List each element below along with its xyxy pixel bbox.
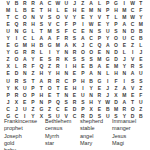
grid-cell-r1c7: W [54,0,62,7]
grid-cell-r12c5: A [37,78,45,85]
grid-cell-r10c17: S [137,63,145,70]
grid-cell-r10c3: R [21,63,29,70]
grid-cell-r10c13: E [104,63,112,70]
grid-cell-r8c1: Y [4,49,12,56]
grid-cell-r8c10: O [79,49,87,56]
grid-cell-r14c5: H [37,92,45,99]
grid-cell-r4c14: P [112,21,120,28]
grid-cell-r10c14: M [112,63,120,70]
grid-cell-r3c2: C [12,14,20,21]
grid-cell-r13c2: K [12,85,20,92]
grid-cell-r13c16: V [128,85,136,92]
grid-cell-r4c4: H [29,21,37,28]
grid-cell-r4c7: C [54,21,62,28]
grid-cell-r14c14: X [112,92,120,99]
grid-cell-r9c16: V [128,56,136,63]
grid-cell-r7c1: E [4,42,12,49]
grid-cell-r2c17: F [137,7,145,14]
grid-cell-r16c1: C [4,106,12,113]
grid-cell-r7c13: A [104,42,112,49]
grid-cell-r6c16: C [128,35,136,42]
grid-cell-r4c12: E [95,21,103,28]
grid-cell-r13c11: Y [87,85,95,92]
grid-cell-r6c11: C [87,35,95,42]
grid-cell-r12c9: P [70,78,78,85]
grid-cell-r8c11: O [87,49,95,56]
grid-cell-r15c11: H [87,99,95,106]
grid-cell-r4c16: C [128,21,136,28]
grid-cell-r6c5: A [37,35,45,42]
grid-cell-r3c17: Y [137,14,145,21]
grid-cell-r6c1: Y [4,35,12,42]
grid-cell-r5c12: S [95,28,103,35]
grid-cell-r9c8: K [62,56,70,63]
grid-cell-r11c1: E [4,70,12,77]
grid-cell-r14c12: R [95,92,103,99]
grid-cell-r5c2: N [12,28,20,35]
grid-cell-r5c7: S [54,28,62,35]
grid-cell-r5c17: B [137,28,145,35]
grid-cell-r1c17: T [137,0,145,7]
grid-cell-r12c13: I [104,78,112,85]
grid-cell-r9c11: S [87,56,95,63]
grid-cell-r13c12: E [95,85,103,92]
grid-cell-r4c17: M [137,21,145,28]
grid-cell-r13c17: Z [137,85,145,92]
grid-cell-r7c6: G [45,42,53,49]
grid-cell-r3c14: L [112,14,120,21]
grid-cell-r14c6: E [45,92,53,99]
grid-cell-r12c15: I [120,78,128,85]
grid-cell-r9c15: J [120,56,128,63]
word-search-grid: VBRRACWUJZALPGIWTMLBETHLEHEMNPHMCFTCONVS… [4,0,145,120]
grid-cell-r10c6: Z [45,63,53,70]
grid-cell-r2c13: P [104,7,112,14]
grid-cell-r7c8: A [62,42,70,49]
grid-cell-r7c7: M [54,42,62,49]
grid-cell-r14c1: P [4,92,12,99]
grid-cell-r15c9: R [70,99,78,106]
grid-cell-r11c15: N [120,70,128,77]
grid-cell-r11c14: H [112,70,120,77]
grid-cell-r13c10: I [79,85,87,92]
grid-cell-r5c8: F [62,28,70,35]
grid-cell-r7c11: C [87,42,95,49]
grid-cell-r7c5: B [37,42,45,49]
grid-cell-r6c7: F [54,35,62,42]
grid-cell-r12c7: R [54,78,62,85]
grid-cell-r7c16: Z [128,42,136,49]
grid-cell-r16c11: X [87,106,95,113]
grid-cell-r4c5: S [37,21,45,28]
grid-cell-r6c2: I [12,35,20,42]
grid-cell-r16c9: D [70,106,78,113]
grid-cell-r4c15: A [120,21,128,28]
grid-cell-r14c16: E [128,92,136,99]
grid-cell-r12c10: H [79,78,87,85]
grid-cell-r8c17: J [137,49,145,56]
grid-cell-r1c9: J [70,0,78,7]
grid-cell-r10c12: A [95,63,103,70]
grid-cell-r5c14: S [112,28,120,35]
grid-cell-r2c5: T [37,7,45,14]
grid-cell-r15c5: N [37,99,45,106]
grid-cell-r9c1: Z [4,56,12,63]
grid-cell-r14c13: J [104,92,112,99]
grid-cell-r3c4: N [29,14,37,21]
grid-cell-r16c12: E [95,106,103,113]
grid-cell-r3c10: E [79,14,87,21]
grid-cell-r10c2: L [12,63,20,70]
grid-cell-r5c1: U [4,28,12,35]
grid-cell-r9c2: O [12,56,20,63]
word-list: FrankincenseprophetJosephgoldbabyBethleh… [4,118,150,150]
grid-cell-r14c8: N [62,92,70,99]
grid-cell-r13c5: T [37,85,45,92]
word-item-baby: baby [4,147,45,150]
grid-cell-r12c4: T [29,78,37,85]
grid-cell-r9c7: R [54,56,62,63]
grid-cell-r12c16: S [128,78,136,85]
grid-cell-r14c2: R [12,92,20,99]
grid-cell-r5c4: L [29,28,37,35]
grid-cell-r4c3: R [21,21,29,28]
grid-cell-r12c1: U [4,78,12,85]
grid-cell-r8c12: E [95,49,103,56]
grid-cell-r16c17: Z [137,106,145,113]
grid-cell-r1c10: Z [79,0,87,7]
grid-cell-r6c4: L [29,35,37,42]
grid-cell-r11c2: D [12,70,20,77]
grid-cell-r6c9: S [70,35,78,42]
grid-cell-r9c6: S [45,56,53,63]
grid-cell-r14c15: M [120,92,128,99]
grid-cell-r13c13: J [104,85,112,92]
grid-cell-r7c12: Q [95,42,103,49]
grid-cell-r8c3: R [21,49,29,56]
word-item-census: census [45,125,80,132]
word-list-column-1: FrankincenseprophetJosephgoldbaby [4,118,45,150]
word-item-immanuel: Immanuel [112,118,150,125]
grid-cell-r3c12: V [95,14,103,21]
grid-cell-r13c7: T [54,85,62,92]
grid-cell-r15c8: S [62,99,70,106]
grid-cell-r2c10: E [79,7,87,14]
grid-cell-r16c6: Z [45,106,53,113]
grid-cell-r12c12: G [95,78,103,85]
grid-cell-r16c16: O [128,106,136,113]
grid-cell-r10c5: Q [37,63,45,70]
grid-cell-r11c17: U [137,70,145,77]
grid-cell-r11c8: N [62,70,70,77]
grid-cell-r11c4: Z [29,70,37,77]
grid-cell-r11c16: A [128,70,136,77]
grid-cell-r5c3: G [21,28,29,35]
grid-cell-r3c3: O [21,14,29,21]
grid-cell-r14c7: T [54,92,62,99]
grid-cell-r9c17: E [137,56,145,63]
grid-cell-r1c11: A [87,0,95,7]
grid-cell-r11c6: Y [45,70,53,77]
grid-cell-r15c10: S [79,99,87,106]
grid-cell-r9c12: M [95,56,103,63]
grid-cell-r5c6: M [45,28,53,35]
grid-cell-r7c2: G [12,42,20,49]
grid-cell-r3c13: T [104,14,112,21]
grid-cell-r2c12: N [95,7,103,14]
grid-cell-r15c16: T [128,99,136,106]
grid-cell-r11c11: A [87,70,95,77]
grid-cell-r1c16: W [128,0,136,7]
grid-cell-r6c10: A [79,35,87,42]
grid-cell-r4c10: I [79,21,87,28]
word-item-myrrh: Myrrh [45,133,80,140]
word-list-column-4: ImmanuelmangerJesusMagi [112,118,150,150]
grid-cell-r9c4: Y [29,56,37,63]
grid-cell-r10c10: E [79,63,87,70]
grid-cell-r4c6: V [45,21,53,28]
grid-cell-r2c11: M [87,7,95,14]
grid-cell-r1c6: C [45,0,53,7]
grid-cell-r6c17: B [137,35,145,42]
grid-cell-r15c13: W [104,99,112,106]
grid-cell-r8c13: N [104,49,112,56]
grid-cell-r6c12: P [95,35,103,42]
grid-cell-r5c15: N [120,28,128,35]
grid-cell-r14c4: P [29,92,37,99]
grid-cell-r16c3: U [21,106,29,113]
grid-cell-r8c8: N [62,49,70,56]
grid-cell-r5c10: E [79,28,87,35]
grid-cell-r11c12: N [95,70,103,77]
grid-cell-r10c1: X [4,63,12,70]
grid-cell-r13c4: P [29,85,37,92]
grid-cell-r16c4: Z [29,106,37,113]
grid-cell-r16c8: E [62,106,70,113]
grid-cell-r3c7: O [54,14,62,21]
grid-cell-r11c10: P [79,70,87,77]
grid-cell-r5c11: N [87,28,95,35]
grid-cell-r16c7: C [54,106,62,113]
grid-cell-r6c8: R [62,35,70,42]
grid-cell-r2c9: H [70,7,78,14]
grid-cell-r1c5: A [37,0,45,7]
word-item-bethlehem: Bethlehem [45,118,80,125]
word-item-jesus: Jesus [112,133,150,140]
grid-cell-r2c6: H [45,7,53,14]
grid-cell-r7c17: L [137,42,145,49]
grid-cell-r4c1: E [4,21,12,28]
grid-cell-r13c8: E [62,85,70,92]
grid-cell-r11c9: E [70,70,78,77]
grid-cell-r13c1: Y [4,85,12,92]
grid-cell-r15c14: D [112,99,120,106]
grid-cell-r9c5: E [37,56,45,63]
grid-cell-r8c16: I [128,49,136,56]
grid-cell-r4c13: Y [104,21,112,28]
grid-cell-r8c2: G [12,49,20,56]
grid-cell-r3c5: V [37,14,45,21]
grid-cell-r14c17: F [137,92,145,99]
grid-cell-r13c9: H [70,85,78,92]
grid-cell-r7c3: M [21,42,29,49]
grid-cell-r7c15: E [120,42,128,49]
grid-cell-r15c15: A [120,99,128,106]
grid-cell-r13c14: Z [112,85,120,92]
grid-cell-r6c14: O [112,35,120,42]
grid-cell-r3c6: S [45,14,53,21]
grid-cell-r6c15: U [120,35,128,42]
grid-cell-r9c13: G [104,56,112,63]
grid-cell-r15c2: X [12,99,20,106]
grid-cell-r16c5: G [37,106,45,113]
grid-cell-r8c14: D [112,49,120,56]
grid-cell-r12c8: C [62,78,70,85]
grid-cell-r15c6: P [45,99,53,106]
grid-cell-r13c15: A [120,85,128,92]
grid-cell-r10c15: Y [120,63,128,70]
grid-cell-r12c17: S [137,78,145,85]
grid-cell-r9c10: S [79,56,87,63]
word-item-shepherd: shepherd [80,118,112,125]
grid-cell-r13c3: U [21,85,29,92]
grid-cell-r8c15: L [120,49,128,56]
grid-cell-r10c11: B [87,63,95,70]
grid-cell-r15c7: Q [54,99,62,106]
grid-cell-r15c12: Y [95,99,103,106]
grid-cell-r9c14: D [112,56,120,63]
word-item-joseph: Joseph [4,133,45,140]
grid-cell-r1c4: R [29,0,37,7]
grid-cell-r4c9: P [70,21,78,28]
word-item-magi: Magi [112,140,150,147]
grid-cell-r6c6: A [45,35,53,42]
grid-cell-r16c10: P [79,106,87,113]
grid-cell-r16c13: B [104,106,112,113]
grid-cell-r1c8: U [62,0,70,7]
grid-cell-r2c15: M [120,7,128,14]
grid-cell-r4c11: W [87,21,95,28]
grid-cell-r12c14: F [112,78,120,85]
grid-cell-r10c7: R [54,63,62,70]
grid-cell-r2c16: C [128,7,136,14]
grid-cell-r6c3: C [21,35,29,42]
grid-cell-r7c9: K [70,42,78,49]
word-item-manger: manger [112,125,150,132]
grid-cell-r3c16: W [128,14,136,21]
grid-cell-r5c5: T [37,28,45,35]
grid-cell-r11c13: L [104,70,112,77]
grid-cell-r1c14: G [112,0,120,7]
grid-cell-r2c1: M [4,7,12,14]
grid-cell-r3c11: Y [87,14,95,21]
grid-cell-r15c1: J [4,99,12,106]
grid-cell-r3c8: V [62,14,70,21]
grid-cell-r9c3: A [21,56,29,63]
grid-cell-r3c9: Y [70,14,78,21]
grid-cell-r1c2: B [12,0,20,7]
grid-cell-r1c13: P [104,0,112,7]
word-item-mary: Mary [80,140,112,147]
grid-cell-r11c3: N [21,70,29,77]
grid-cell-r10c16: R [128,63,136,70]
grid-cell-r9c9: S [70,56,78,63]
word-item-frankincense: Frankincense [4,118,45,125]
grid-cell-r12c11: B [87,78,95,85]
grid-cell-r3c15: M [120,14,128,21]
grid-cell-r11c5: H [37,70,45,77]
grid-cell-r8c6: I [45,49,53,56]
grid-cell-r14c9: E [70,92,78,99]
grid-cell-r13c6: O [45,85,53,92]
grid-cell-r14c11: N [87,92,95,99]
grid-cell-r5c13: U [104,28,112,35]
grid-cell-r8c7: Y [54,49,62,56]
grid-cell-r7c10: J [79,42,87,49]
grid-cell-r2c4: E [29,7,37,14]
grid-cell-r1c15: I [120,0,128,7]
grid-cell-r7c14: O [112,42,120,49]
grid-cell-r15c17: U [137,99,145,106]
grid-cell-r2c14: H [112,7,120,14]
word-list-column-3: shepherdstableangelMary [80,118,112,150]
grid-cell-r8c5: L [37,49,45,56]
grid-cell-r12c6: R [45,78,53,85]
word-item-gold: gold [4,140,45,147]
grid-cell-r12c2: R [12,78,20,85]
grid-cell-r10c9: H [70,63,78,70]
grid-cell-r12c3: S [21,78,29,85]
grid-cell-r14c3: O [21,92,29,99]
grid-cell-r2c2: L [12,7,20,14]
grid-cell-r15c4: P [29,99,37,106]
grid-cell-r7c4: H [29,42,37,49]
word-item-prophet: prophet [4,125,45,132]
grid-cell-r2c3: B [21,7,29,14]
grid-cell-r4c2: Q [12,21,20,28]
grid-cell-r10c8: I [62,63,70,70]
word-item-angel: angel [80,133,112,140]
grid-cell-r1c3: R [21,0,29,7]
grid-cell-r15c3: E [21,99,29,106]
grid-cell-r16c2: J [12,106,20,113]
grid-cell-r5c9: C [70,28,78,35]
grid-cell-r3c1: T [4,14,12,21]
grid-cell-r2c8: E [62,7,70,14]
grid-cell-r8c4: R [29,49,37,56]
grid-cell-r16c14: M [112,106,120,113]
grid-cell-r8c9: R [70,49,78,56]
grid-cell-r2c7: L [54,7,62,14]
grid-cell-r16c15: R [120,106,128,113]
word-item-star: star [45,140,80,147]
word-list-column-2: BethlehemcensusMyrrhstar [45,118,80,150]
grid-cell-r6c13: Y [104,35,112,42]
grid-cell-r11c7: H [54,70,62,77]
grid-cell-r5c16: D [128,28,136,35]
grid-cell-r4c8: F [62,21,70,28]
grid-cell-r10c4: F [29,63,37,70]
grid-cell-r1c1: V [4,0,12,7]
grid-cell-r1c12: L [95,0,103,7]
grid-cell-r14c10: U [79,92,87,99]
word-item-stable: stable [80,125,112,132]
